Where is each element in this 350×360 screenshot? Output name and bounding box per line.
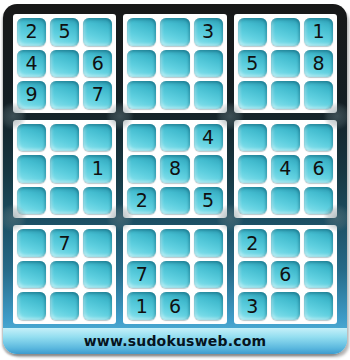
cell-r2c7: 5 (238, 50, 267, 78)
cell-r5c4[interactable] (127, 155, 156, 183)
cell-r1c1: 2 (17, 18, 46, 46)
cell-r4c2[interactable] (50, 124, 79, 152)
cell-r2c2[interactable] (50, 50, 79, 78)
cell-r2c1: 4 (17, 50, 46, 78)
cell-r5c3: 1 (83, 155, 112, 183)
cell-r8c9[interactable] (304, 261, 333, 289)
cell-r4c4[interactable] (127, 124, 156, 152)
cell-r6c5[interactable] (160, 187, 189, 215)
cell-r6c6: 5 (194, 187, 223, 215)
cell-r9c3[interactable] (83, 292, 112, 320)
cell-r4c6: 4 (194, 124, 223, 152)
box-7: 7 (13, 225, 116, 324)
cell-r9c2[interactable] (50, 292, 79, 320)
cell-r5c1[interactable] (17, 155, 46, 183)
cell-r1c7[interactable] (238, 18, 267, 46)
cell-r7c7: 2 (238, 229, 267, 257)
cell-r9c6[interactable] (194, 292, 223, 320)
cell-r3c4[interactable] (127, 81, 156, 109)
cell-r9c1[interactable] (17, 292, 46, 320)
cell-r3c8[interactable] (271, 81, 300, 109)
cell-r7c4[interactable] (127, 229, 156, 257)
cell-r1c4[interactable] (127, 18, 156, 46)
cell-r7c1[interactable] (17, 229, 46, 257)
cell-r3c7[interactable] (238, 81, 267, 109)
cell-r8c1[interactable] (17, 261, 46, 289)
cell-r3c6[interactable] (194, 81, 223, 109)
cell-r4c5[interactable] (160, 124, 189, 152)
cell-r4c8[interactable] (271, 124, 300, 152)
box-2: 3 (123, 14, 226, 113)
cell-r9c9[interactable] (304, 292, 333, 320)
cell-r2c5[interactable] (160, 50, 189, 78)
cell-r1c6: 3 (194, 18, 223, 46)
cell-r3c5[interactable] (160, 81, 189, 109)
sudoku-widget: 254697315814825467716263 www.sudokusweb.… (3, 4, 347, 354)
cell-r7c3[interactable] (83, 229, 112, 257)
footer-bar: www.sudokusweb.com (3, 328, 347, 354)
cell-r5c5: 8 (160, 155, 189, 183)
cell-r8c8: 6 (271, 261, 300, 289)
cell-r1c8[interactable] (271, 18, 300, 46)
cell-r7c5[interactable] (160, 229, 189, 257)
site-link[interactable]: www.sudokusweb.com (84, 333, 267, 349)
box-6: 46 (234, 120, 337, 219)
cell-r7c9[interactable] (304, 229, 333, 257)
cell-r7c8[interactable] (271, 229, 300, 257)
sudoku-board: 254697315814825467716263 (13, 14, 337, 324)
box-3: 158 (234, 14, 337, 113)
cell-r6c3[interactable] (83, 187, 112, 215)
cell-r8c2[interactable] (50, 261, 79, 289)
cell-r2c9: 8 (304, 50, 333, 78)
cell-r2c8[interactable] (271, 50, 300, 78)
cell-r6c9[interactable] (304, 187, 333, 215)
cell-r3c3: 7 (83, 81, 112, 109)
cell-r3c1: 9 (17, 81, 46, 109)
cell-r8c5[interactable] (160, 261, 189, 289)
cell-r1c9: 1 (304, 18, 333, 46)
cell-r8c4: 7 (127, 261, 156, 289)
box-4: 1 (13, 120, 116, 219)
cell-r5c2[interactable] (50, 155, 79, 183)
cell-r4c9[interactable] (304, 124, 333, 152)
cell-r6c1[interactable] (17, 187, 46, 215)
cell-r6c7[interactable] (238, 187, 267, 215)
cell-r2c6[interactable] (194, 50, 223, 78)
cell-r8c7[interactable] (238, 261, 267, 289)
cell-r7c6[interactable] (194, 229, 223, 257)
cell-r5c9: 6 (304, 155, 333, 183)
cell-r9c5: 6 (160, 292, 189, 320)
cell-r9c8[interactable] (271, 292, 300, 320)
box-8: 716 (123, 225, 226, 324)
cell-r1c5[interactable] (160, 18, 189, 46)
cell-r7c2: 7 (50, 229, 79, 257)
box-1: 254697 (13, 14, 116, 113)
cell-r3c2[interactable] (50, 81, 79, 109)
cell-r5c8: 4 (271, 155, 300, 183)
cell-r5c7[interactable] (238, 155, 267, 183)
cell-r3c9[interactable] (304, 81, 333, 109)
cell-r4c1[interactable] (17, 124, 46, 152)
cell-r2c4[interactable] (127, 50, 156, 78)
cell-r9c4: 1 (127, 292, 156, 320)
cell-r8c6[interactable] (194, 261, 223, 289)
cell-r1c2: 5 (50, 18, 79, 46)
cell-r6c2[interactable] (50, 187, 79, 215)
cell-r1c3[interactable] (83, 18, 112, 46)
cell-r2c3: 6 (83, 50, 112, 78)
cell-r6c8[interactable] (271, 187, 300, 215)
cell-r5c6[interactable] (194, 155, 223, 183)
cell-r6c4: 2 (127, 187, 156, 215)
cell-r4c3[interactable] (83, 124, 112, 152)
cell-r4c7[interactable] (238, 124, 267, 152)
cell-r9c7: 3 (238, 292, 267, 320)
box-5: 4825 (123, 120, 226, 219)
cell-r8c3[interactable] (83, 261, 112, 289)
box-9: 263 (234, 225, 337, 324)
